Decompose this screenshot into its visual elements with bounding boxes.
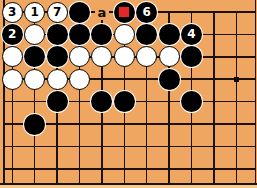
stone-white[interactable] [136,46,157,67]
grid-line-h [3,168,256,170]
stone-white[interactable] [24,69,45,90]
stone-black[interactable] [47,24,68,45]
stone-white[interactable] [24,24,45,45]
stone-white[interactable] [69,46,90,67]
stone-black[interactable] [136,24,157,45]
stone-black[interactable] [159,69,180,90]
stone-white[interactable] [2,46,23,67]
stone-number-label: 4 [187,28,195,40]
board-edge-highlight [0,185,257,188]
point-label-a[interactable]: a [95,4,109,20]
grid-line-v [213,11,215,184]
stone-number-label: 6 [143,6,151,18]
stone-white[interactable] [2,69,23,90]
grid-line-v [236,11,238,184]
hoshi-point [234,77,239,82]
stone-black[interactable]: 6 [136,2,157,23]
stone-black[interactable]: 2 [2,24,23,45]
stone-black[interactable] [69,2,90,23]
board-frame-right [255,0,257,185]
stone-black[interactable] [69,24,90,45]
stone-white[interactable] [47,69,68,90]
stone-black[interactable] [91,24,112,45]
stone-white[interactable] [159,46,180,67]
stone-white[interactable]: 1 [24,2,45,23]
stone-black[interactable]: 4 [181,24,202,45]
stone-black[interactable] [159,24,180,45]
stone-black[interactable] [114,91,135,112]
stone-black[interactable] [181,46,202,67]
stone-white[interactable] [69,69,90,90]
grid-line-h [3,146,256,148]
stone-number-label: 3 [8,6,16,18]
stone-white[interactable] [114,24,135,45]
stone-white[interactable]: 3 [2,2,23,23]
stone-black[interactable] [47,91,68,112]
go-board-diagram[interactable]: 317624a [0,0,257,188]
stone-white[interactable] [114,46,135,67]
red-square-marker [119,7,129,17]
stone-white[interactable]: 7 [47,2,68,23]
stone-number-label: 7 [53,6,61,18]
stone-black[interactable] [181,91,202,112]
stone-number-label: 1 [31,6,39,18]
stone-white[interactable] [91,46,112,67]
stone-black[interactable] [24,46,45,67]
stone-black[interactable] [91,91,112,112]
stone-number-label: 2 [8,28,16,40]
stone-black[interactable] [24,114,45,135]
stone-black[interactable] [47,46,68,67]
